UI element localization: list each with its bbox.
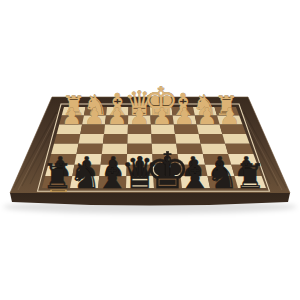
white-pawn[interactable]: ♟ [107, 103, 127, 129]
white-pawn[interactable]: ♟ [62, 103, 82, 129]
white-pawn[interactable]: ♟ [129, 103, 149, 129]
black-rook[interactable]: ♜ [235, 156, 266, 196]
white-pawn[interactable]: ♟ [84, 103, 104, 129]
white-pawn[interactable]: ♟ [152, 103, 172, 129]
square-b4[interactable] [79, 134, 105, 144]
square-a4[interactable] [54, 134, 80, 144]
white-pawn[interactable]: ♟ [174, 103, 194, 129]
white-pawn[interactable]: ♟ [219, 103, 239, 129]
chess-set-photo: ♜♞♝♛♚♝♞♜♟♟♟♟♟♟♟♟♟♟♟♟♟♟♟♟♜♞♝♛♚♝♞♜ [0, 0, 300, 300]
square-g4[interactable] [199, 134, 226, 144]
white-pawn[interactable]: ♟ [197, 103, 217, 129]
chessboard: ♜♞♝♛♚♝♞♜♟♟♟♟♟♟♟♟♟♟♟♟♟♟♟♟♜♞♝♛♚♝♞♜ [0, 0, 300, 300]
square-h4[interactable] [222, 134, 249, 144]
square-c4[interactable] [103, 134, 128, 144]
